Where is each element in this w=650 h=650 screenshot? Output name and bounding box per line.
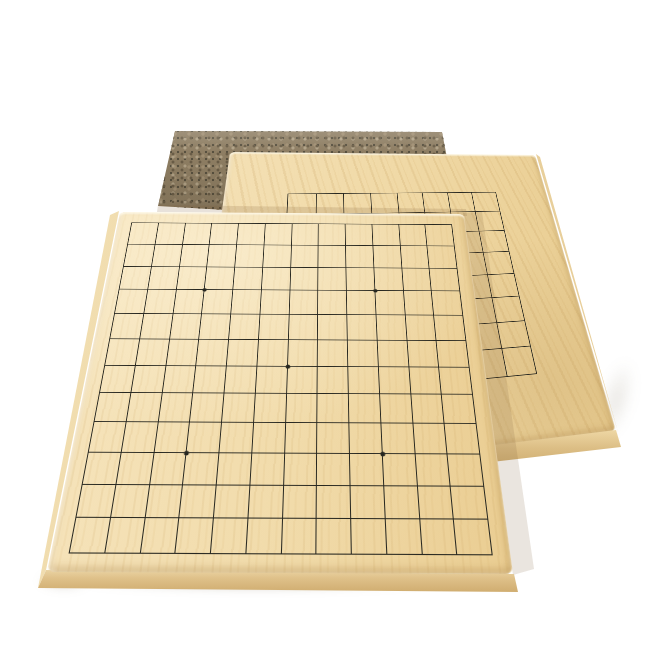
grid-cell [404, 291, 435, 315]
grid-cell [105, 339, 140, 366]
grid-cell [289, 291, 318, 315]
grid-cell [285, 423, 318, 454]
grid-cell [347, 291, 376, 315]
goban-13x13 [47, 212, 513, 574]
grid-cell [349, 394, 381, 423]
grid-cell [229, 314, 260, 339]
grid-cell [317, 519, 352, 555]
grid-cell [217, 453, 252, 485]
grid-cell [417, 486, 454, 520]
grid-cell [264, 224, 292, 245]
grid-cell [148, 267, 180, 290]
grid-cell [256, 366, 288, 394]
grid-cell [287, 194, 316, 215]
grid-cell [317, 454, 350, 486]
grid-cell [94, 393, 131, 422]
grid-cell [254, 394, 287, 423]
grid-cell [291, 224, 318, 245]
grid-cell [503, 347, 538, 377]
grid-cell [488, 273, 520, 298]
grid-cell [318, 340, 348, 367]
grid-cell [349, 423, 382, 454]
grid-cell [199, 314, 231, 339]
grid-cell [233, 267, 263, 290]
grid-cell [347, 315, 377, 340]
grid-cell [423, 193, 451, 213]
grid-cell [380, 394, 413, 423]
grid-cell [344, 193, 372, 213]
grid-cell [430, 268, 461, 291]
grid-cell [237, 224, 265, 245]
grid-cell [116, 453, 154, 485]
grid-cell [348, 367, 380, 395]
grid-cell [476, 211, 505, 231]
grid-cell [231, 290, 261, 314]
grid-cell [187, 422, 222, 453]
grid-cell [150, 453, 187, 485]
grid-cell [205, 267, 235, 290]
grid-cell [124, 244, 155, 266]
grid-cell [288, 340, 319, 367]
star-point [380, 452, 385, 457]
grid-cell [374, 268, 403, 291]
grid-cell [372, 224, 400, 245]
grid-cell [379, 367, 411, 395]
grid-cell [318, 268, 346, 291]
grid-cell [179, 245, 209, 267]
grid-cell [128, 223, 159, 244]
grid-cell [420, 520, 458, 556]
grid-cell [252, 423, 286, 454]
grid-cell [383, 454, 418, 486]
grid-cell [110, 314, 144, 339]
grid-cell [119, 266, 151, 289]
grid-cell [346, 268, 375, 291]
grid-cell [376, 315, 407, 340]
grid-cell [375, 291, 405, 315]
grid-cell [407, 341, 439, 368]
grid-cell [399, 225, 428, 246]
grid-cell [345, 224, 373, 245]
grid-cell [411, 395, 445, 424]
product-photo [0, 0, 650, 650]
grid-cell [202, 290, 233, 314]
grid-cell [428, 246, 458, 268]
grid-cell [227, 340, 259, 367]
grid-cell [317, 423, 350, 454]
grid-cell [442, 395, 477, 424]
grid-cell [288, 315, 318, 340]
grid-cell [105, 518, 145, 554]
grid-cell [263, 245, 292, 267]
grid-cell [448, 454, 485, 486]
grid-cell [210, 224, 239, 245]
grid-cell [140, 314, 173, 339]
grid-cell [415, 454, 451, 486]
grid-cell [434, 315, 466, 340]
grid-cell [235, 245, 264, 267]
grid-cell [257, 340, 288, 367]
grid-cell [145, 485, 183, 519]
grid-cell [439, 367, 473, 395]
grid-cell [196, 339, 229, 366]
grid-cell [173, 290, 205, 314]
grid-cell [214, 485, 250, 519]
grid-cell [193, 366, 226, 394]
grid-cell [281, 519, 316, 555]
grid-cell [262, 267, 291, 290]
grid-cell [480, 231, 510, 253]
grid-cell [250, 453, 285, 485]
grid-cell [140, 518, 179, 554]
grid-cell [346, 246, 374, 268]
grid-cell [318, 315, 348, 340]
grid-cell [373, 246, 402, 268]
grid-cell [183, 223, 213, 244]
grid-cell [260, 290, 290, 314]
grid-cell [319, 224, 346, 245]
grid-cell [397, 193, 425, 213]
grid-cell [183, 453, 219, 485]
grid-cell [131, 366, 166, 394]
grid-cell [155, 223, 185, 244]
grid-cell [291, 245, 319, 267]
grid-cell [190, 393, 224, 422]
grid-cell [317, 485, 351, 519]
grid-cell [287, 366, 318, 394]
grid-cell [170, 314, 203, 339]
grid-cell [493, 296, 525, 322]
grid-cell [454, 520, 493, 556]
grid-cell [248, 485, 283, 519]
grid-cell [497, 321, 531, 349]
goban-13x13-face [47, 212, 513, 574]
grid-cell [207, 245, 237, 267]
grid-cell [166, 339, 199, 366]
grid-cell [246, 519, 282, 555]
grid-cell [317, 394, 349, 423]
grid-cell [179, 485, 216, 519]
grid-cell [144, 290, 176, 314]
grid-cell [70, 518, 111, 554]
grid-cell [126, 393, 162, 422]
grid-cell [158, 393, 193, 422]
grid-cell [154, 422, 190, 453]
grid-cell [377, 340, 409, 367]
grid-cell [451, 486, 489, 520]
grid-cell [290, 267, 319, 290]
grid-cell [437, 341, 470, 368]
grid-cell [211, 519, 248, 555]
grid-cell [89, 422, 127, 453]
grid-cell [176, 519, 214, 555]
grid-cell [121, 422, 158, 453]
grid-cell [351, 486, 386, 520]
grid-cell [425, 225, 454, 246]
grid-cell [83, 452, 122, 484]
grid-cell [319, 245, 347, 267]
grid-cell [115, 290, 148, 314]
grid-cell [472, 192, 500, 211]
grid-cell [162, 366, 196, 394]
grid-cell [400, 246, 429, 268]
grid-cell [432, 291, 463, 315]
grid-cell [224, 366, 257, 394]
grid-cell [384, 486, 420, 520]
grid-cell [448, 193, 476, 212]
grid-cell [316, 194, 344, 215]
grid-cell [219, 423, 253, 454]
grid-cell [405, 315, 436, 340]
grid-cell [371, 193, 399, 213]
grid-cell [484, 252, 515, 275]
grid-cell [152, 244, 183, 266]
grid-cell [100, 365, 136, 393]
grid-cell [318, 366, 349, 394]
grid-cell [111, 485, 150, 519]
grid-cell [385, 519, 422, 555]
star-point [373, 289, 377, 293]
ground-shadow-front [38, 574, 524, 596]
grid-cell [176, 267, 207, 290]
grid-cell [284, 453, 318, 485]
grid-cell [286, 394, 318, 423]
grid-cell [445, 424, 481, 455]
grid-cell [350, 454, 384, 486]
grid-cell [283, 485, 318, 519]
goban-13x13-grid [69, 222, 493, 555]
grid-cell [76, 484, 116, 518]
grid-cell [351, 519, 387, 555]
grid-cell [318, 291, 347, 315]
grid-cell [409, 367, 442, 395]
grid-cell [136, 339, 170, 366]
grid-cell [402, 268, 432, 291]
grid-cell [413, 424, 448, 455]
grid-cell [381, 423, 415, 454]
grid-cell [222, 394, 256, 423]
grid-cell [259, 315, 290, 340]
grid-cell [348, 340, 379, 367]
